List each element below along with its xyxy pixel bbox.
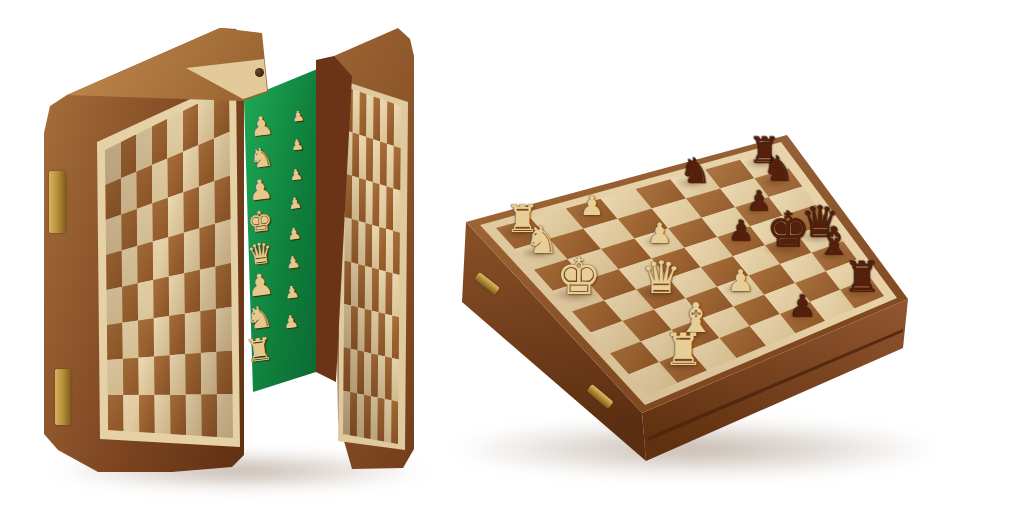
tray-piece-rook: ♜ — [243, 333, 274, 367]
tray-pawn-pawn: ♟ — [282, 313, 299, 332]
latch-pin — [255, 68, 264, 77]
piece-white-pawn[interactable]: ♟ — [647, 220, 672, 248]
tray-piece-queen: ♛ — [245, 238, 274, 270]
brass-hinge — [49, 171, 66, 233]
piece-black-king[interactable]: ♚ — [767, 206, 811, 255]
piece-black-knight[interactable]: ♞ — [763, 153, 794, 188]
piece-black-rook[interactable]: ♜ — [843, 256, 881, 298]
tray-piece-pawn: ♟ — [248, 112, 274, 141]
tray-piece-king: ♚ — [246, 207, 274, 238]
piece-white-king[interactable]: ♚ — [556, 251, 602, 302]
piece-white-knight[interactable]: ♞ — [524, 221, 558, 259]
left-panel-shading — [105, 88, 233, 438]
tray-piece-knight: ♞ — [248, 143, 275, 172]
tray-pawn-pawn: ♟ — [284, 283, 301, 301]
brass-hinge — [55, 369, 71, 425]
right-panel-shading — [343, 87, 401, 444]
product-photo: rn2qb1r/2p1k3/n2p3p/5P2/2P5/P3Q1B1/7R/RN… — [0, 0, 1020, 510]
tray-pawn-pawn: ♟ — [289, 167, 304, 183]
tray-pawn-pawn: ♟ — [291, 108, 305, 123]
tray-pawn-pawn: ♟ — [287, 196, 302, 213]
piece-black-pawn[interactable]: ♟ — [789, 291, 817, 322]
tray-pawn-pawn: ♟ — [286, 225, 302, 242]
tray-pawn-pawn: ♟ — [285, 254, 301, 272]
finger-notch — [732, 428, 778, 444]
piece-black-pawn[interactable]: ♟ — [728, 217, 754, 246]
tray-pawn-pawn: ♟ — [290, 138, 305, 154]
piece-white-rook[interactable]: ♜ — [663, 327, 703, 372]
piece-white-queen[interactable]: ♛ — [641, 255, 681, 300]
piece-black-knight[interactable]: ♞ — [680, 154, 711, 189]
tray-piece-pawn: ♟ — [247, 175, 275, 205]
piece-white-pawn[interactable]: ♟ — [727, 266, 754, 296]
piece-white-pawn[interactable]: ♟ — [580, 191, 604, 218]
